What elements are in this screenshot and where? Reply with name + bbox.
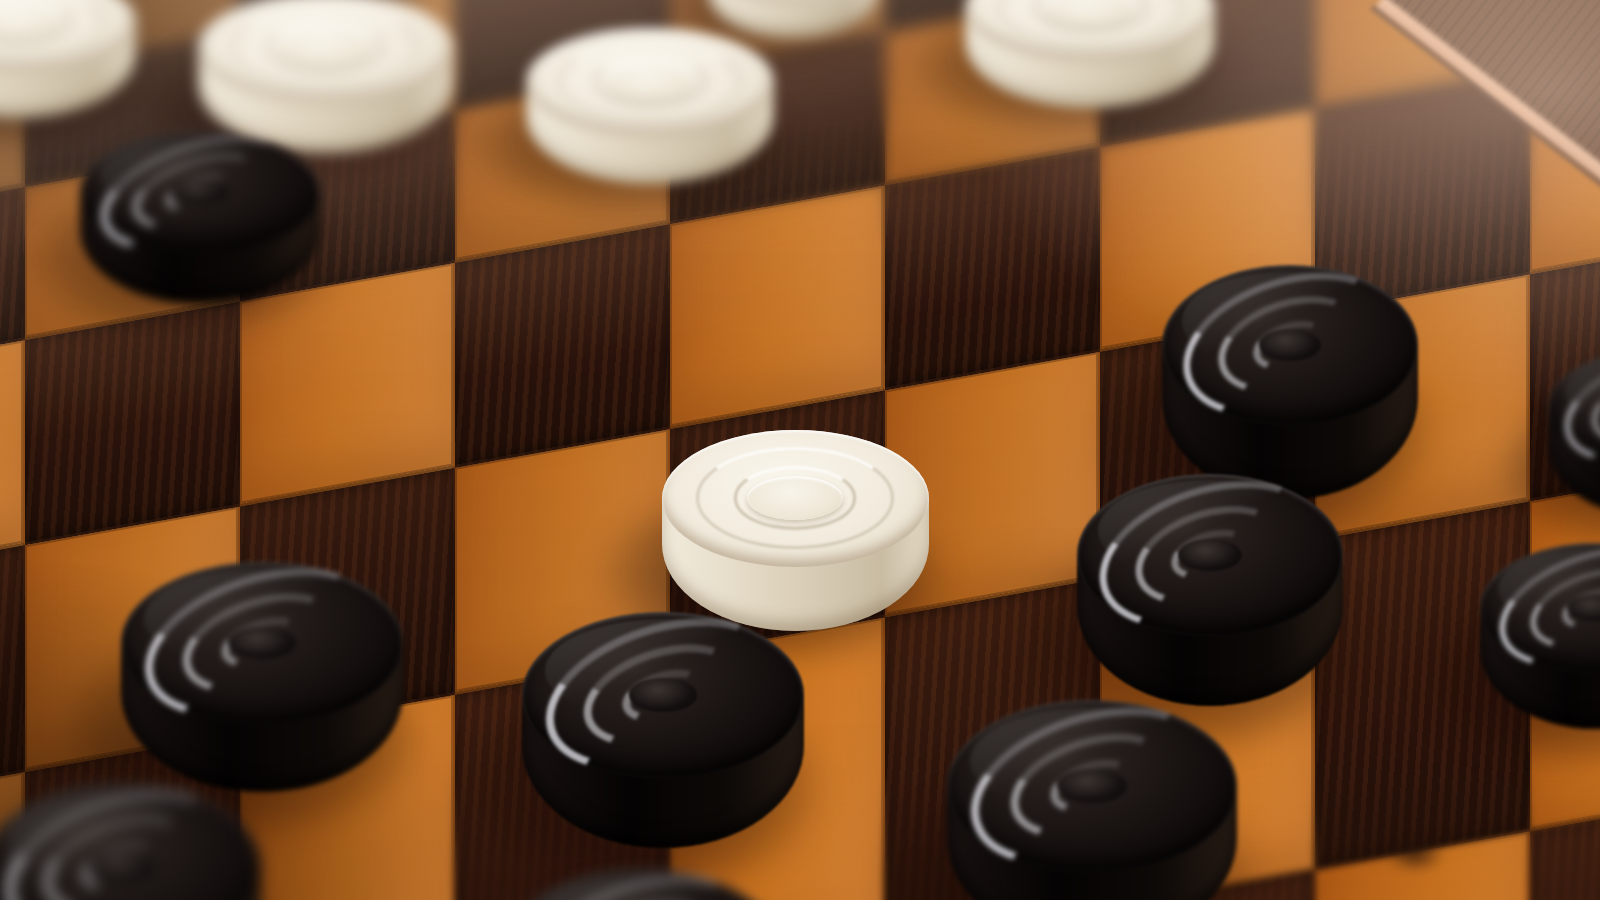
checker-piece-white[interactable] [965,0,1215,108]
gloss-highlight [1182,271,1397,370]
gloss-highlight [545,619,782,722]
wood-knot [1385,838,1445,872]
piece-face [506,869,780,900]
checkers-photo [0,0,1600,900]
piece-face [522,612,804,778]
checker-piece-black[interactable] [947,700,1237,900]
checker-piece-black[interactable] [1077,474,1343,706]
piece-face [947,700,1237,872]
checker-piece-white[interactable] [662,430,929,631]
checker-piece-black[interactable] [1480,543,1600,729]
piece-face [121,562,403,724]
piece-center-plateau [279,30,371,65]
piece-face [1162,265,1418,425]
gloss-highlight [970,707,1214,814]
gloss-highlight [5,790,239,892]
checker-piece-black[interactable] [80,132,320,304]
board-square-dark [455,224,670,468]
checker-piece-black[interactable] [0,784,261,900]
piece-face [1077,474,1343,636]
piece-face [0,784,261,900]
piece-face [526,28,774,136]
checker-piece-white[interactable] [0,0,136,118]
gloss-highlight [99,137,301,211]
gloss-highlight [1098,480,1321,580]
checker-piece-black[interactable] [506,869,780,900]
piece-face [662,430,929,567]
board-square-light [1530,31,1600,275]
checker-piece-white[interactable] [198,0,453,153]
piece-face [80,132,320,252]
piece-center-plateau [747,476,843,520]
gloss-highlight [144,568,381,668]
board-square-dark [0,545,25,811]
board-square-light [670,186,885,430]
board-square-dark [885,147,1100,391]
piece-center-plateau [605,65,694,100]
checker-piece-black[interactable] [121,562,403,792]
checker-piece-black[interactable] [1162,265,1418,499]
checker-piece-black[interactable] [522,612,804,848]
checker-piece-black[interactable] [1548,351,1600,516]
checker-piece-white[interactable] [526,28,774,184]
